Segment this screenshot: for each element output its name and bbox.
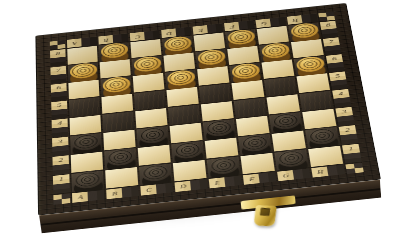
piece-ring <box>74 135 98 150</box>
piece-ring <box>82 140 89 145</box>
light-piece-b8[interactable] <box>100 42 128 59</box>
file-label-bottom-b: B <box>107 191 122 198</box>
square-a3[interactable] <box>70 134 102 155</box>
piece-ring <box>279 151 305 167</box>
file-label-bottom-a: A <box>73 194 88 201</box>
rank-label-left-8: 8 <box>56 52 60 57</box>
file-label-bottom-c: C <box>141 187 156 194</box>
piece-ring <box>220 163 228 168</box>
square-f4[interactable] <box>234 98 267 118</box>
rank-cell-right-8: 8 <box>320 21 338 38</box>
file-label-bottom-g: G <box>278 173 294 180</box>
piece-ring <box>180 146 195 155</box>
checkers-board: ABCDEFGH8877665544332211ABCDEFGH <box>35 3 381 215</box>
file-label-top-d: D <box>161 31 177 37</box>
square-a4[interactable] <box>70 115 102 135</box>
rank-label-left-2: 2 <box>58 158 63 164</box>
rank-label-right-6: 6 <box>332 57 337 62</box>
piece-ring <box>284 154 300 164</box>
file-label-bottom-h: H <box>312 169 328 176</box>
light-piece-h8[interactable] <box>290 22 319 39</box>
piece-ring <box>287 156 295 161</box>
square-a2[interactable] <box>71 152 103 173</box>
rank-cell-right-3: 3 <box>335 107 354 126</box>
piece-ring <box>117 155 124 160</box>
rank-cell-right-4: 4 <box>332 89 351 108</box>
file-label-top-c: C <box>130 34 146 40</box>
piece-ring <box>79 138 93 147</box>
piece-ring <box>318 134 326 139</box>
square-h3[interactable] <box>302 109 336 129</box>
rank-label-right-8: 8 <box>326 23 331 28</box>
square-f2[interactable] <box>238 135 272 156</box>
piece-ring <box>149 133 156 138</box>
square-h4[interactable] <box>299 91 333 111</box>
piece-ring <box>212 124 227 133</box>
file-cell-bottom-d: D <box>175 180 208 193</box>
square-f1[interactable] <box>241 153 275 174</box>
square-d4[interactable] <box>168 105 201 125</box>
piece-ring <box>247 139 262 148</box>
rank-cell-right-1: 1 <box>342 144 362 164</box>
file-cell-bottom-g: G <box>277 169 311 182</box>
rank-label-right-4: 4 <box>338 92 343 97</box>
rank-label-left-1: 1 <box>59 177 64 183</box>
light-piece-d6[interactable] <box>166 69 195 87</box>
light-piece-g7[interactable] <box>260 42 289 59</box>
light-piece-f6[interactable] <box>231 63 260 81</box>
rank-cell-left-1: 1 <box>53 175 70 195</box>
rank-label-right-5: 5 <box>335 74 340 79</box>
square-g1[interactable] <box>274 150 309 171</box>
file-label-bottom-f: F <box>244 176 260 183</box>
square-c1[interactable] <box>139 164 172 185</box>
dark-piece-h2[interactable] <box>307 127 338 146</box>
light-piece-e7[interactable] <box>197 49 226 66</box>
piece-ring <box>273 114 298 129</box>
frame-corner <box>345 163 363 174</box>
dark-piece-a3[interactable] <box>72 133 101 152</box>
square-c4[interactable] <box>135 109 167 129</box>
piece-ring <box>211 158 236 174</box>
piece-ring <box>314 132 330 141</box>
square-f3[interactable] <box>236 116 270 137</box>
light-piece-c7[interactable] <box>133 56 161 73</box>
light-piece-d8[interactable] <box>163 36 191 53</box>
square-e1[interactable] <box>207 157 241 178</box>
latch-hole <box>260 208 270 216</box>
piece-ring <box>108 150 132 166</box>
piece-ring <box>75 172 99 188</box>
file-cell-bottom-e: E <box>209 176 242 189</box>
square-g3[interactable] <box>269 113 303 134</box>
square-h1[interactable] <box>308 146 343 167</box>
rank-cell-left-5: 5 <box>51 101 67 119</box>
rank-cell-left-4: 4 <box>52 119 68 138</box>
light-piece-b6[interactable] <box>102 76 130 94</box>
piece-ring <box>184 148 192 153</box>
piece-ring <box>215 126 223 131</box>
piece-ring <box>143 165 168 181</box>
piece-ring <box>242 136 267 151</box>
rank-cell-right-5: 5 <box>329 72 348 90</box>
square-c3[interactable] <box>136 127 169 148</box>
file-label-bottom-e: E <box>210 180 226 187</box>
square-a1[interactable] <box>71 171 104 192</box>
latch-loop <box>254 205 277 226</box>
piece-ring <box>207 121 232 136</box>
piece-ring <box>251 141 259 146</box>
file-label-bottom-d: D <box>176 183 191 190</box>
square-d1[interactable] <box>173 160 207 181</box>
rank-label-left-7: 7 <box>56 69 60 74</box>
piece-ring <box>113 153 128 162</box>
rank-label-left-6: 6 <box>56 86 61 91</box>
file-cell-bottom-b: B <box>106 187 139 200</box>
piece-ring <box>152 170 160 175</box>
brass-latch <box>241 193 302 233</box>
square-b3[interactable] <box>103 130 135 151</box>
rank-label-left-5: 5 <box>57 103 62 108</box>
square-e3[interactable] <box>203 120 236 141</box>
file-label-top-b: B <box>98 37 113 43</box>
dark-piece-a1[interactable] <box>73 170 102 189</box>
square-g2[interactable] <box>272 131 306 152</box>
piece-ring <box>84 178 91 183</box>
photo-scene: ABCDEFGH8877665544332211ABCDEFGH <box>0 0 400 242</box>
dark-piece-e3[interactable] <box>204 119 234 138</box>
dark-piece-c1[interactable] <box>140 163 170 182</box>
square-d2[interactable] <box>171 142 204 163</box>
file-label-top-a: A <box>67 41 82 47</box>
frame-corner <box>53 194 70 205</box>
file-label-top-g: G <box>256 21 272 27</box>
piece-ring <box>282 119 290 124</box>
dark-piece-c3[interactable] <box>138 126 167 145</box>
piece-ring <box>278 117 293 126</box>
rank-cell-right-6: 6 <box>326 55 345 73</box>
square-d3[interactable] <box>170 123 203 144</box>
dark-piece-f2[interactable] <box>240 134 271 153</box>
light-piece-f8[interactable] <box>226 29 255 46</box>
piece-ring <box>140 128 164 143</box>
rank-label-left-4: 4 <box>57 121 62 126</box>
rank-cell-left-7: 7 <box>50 66 66 84</box>
file-cell-bottom-a: A <box>72 190 105 203</box>
dark-piece-e1[interactable] <box>208 156 239 175</box>
rank-label-right-1: 1 <box>348 147 354 153</box>
square-h2[interactable] <box>305 128 340 149</box>
rank-label-right-2: 2 <box>345 128 351 134</box>
file-label-top-h: H <box>287 18 303 24</box>
file-label-top-e: E <box>193 28 209 34</box>
light-piece-a7[interactable] <box>69 62 97 79</box>
piece-ring <box>80 175 95 185</box>
square-e4[interactable] <box>201 102 234 122</box>
square-b2[interactable] <box>104 149 137 170</box>
rank-label-right-7: 7 <box>329 40 334 45</box>
rank-label-left-3: 3 <box>58 139 63 145</box>
piece-ring <box>148 168 163 178</box>
rank-cell-left-8: 8 <box>50 50 66 67</box>
rank-cell-right-2: 2 <box>339 126 359 145</box>
piece-ring <box>216 161 231 171</box>
square-c2[interactable] <box>138 145 171 166</box>
piece-ring <box>309 129 335 144</box>
rank-label-right-3: 3 <box>341 110 346 115</box>
rank-cell-left-3: 3 <box>52 137 69 156</box>
dark-piece-b2[interactable] <box>106 148 135 167</box>
file-cell-bottom-f: F <box>243 172 276 185</box>
dark-piece-g3[interactable] <box>270 112 301 130</box>
rank-cell-left-2: 2 <box>52 156 69 176</box>
dark-piece-g1[interactable] <box>276 149 307 168</box>
rank-cell-left-6: 6 <box>51 84 67 102</box>
file-cell-bottom-c: C <box>140 183 173 196</box>
square-g4[interactable] <box>267 95 301 115</box>
rank-cell-right-7: 7 <box>323 38 341 55</box>
dark-piece-d2[interactable] <box>173 141 203 160</box>
square-e2[interactable] <box>205 138 239 159</box>
file-cell-bottom-h: H <box>311 165 345 178</box>
square-b4[interactable] <box>102 112 134 132</box>
piece-ring <box>175 143 200 159</box>
piece-ring <box>145 131 160 140</box>
file-label-top-f: F <box>224 24 240 30</box>
square-b1[interactable] <box>105 168 138 189</box>
light-piece-h6[interactable] <box>295 56 325 73</box>
